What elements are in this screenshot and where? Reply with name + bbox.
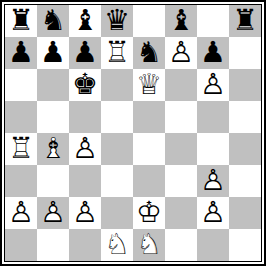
- piece-black-knight: ♞: [133, 37, 165, 69]
- square-g2[interactable]: ♟♙: [197, 197, 229, 229]
- square-e1[interactable]: ♞♘: [133, 229, 165, 261]
- piece-white-rook: ♖: [101, 37, 133, 69]
- piece-white-pawn: ♙: [165, 37, 197, 69]
- piece-black-knight: ♞: [37, 5, 69, 37]
- piece-black-bishop: ♝: [69, 5, 101, 37]
- square-g7[interactable]: ♟: [197, 37, 229, 69]
- square-g5[interactable]: [197, 101, 229, 133]
- square-c8[interactable]: ♝: [69, 5, 101, 37]
- piece-black-pawn: ♟: [69, 37, 101, 69]
- square-f4[interactable]: [165, 133, 197, 165]
- square-c3[interactable]: [69, 165, 101, 197]
- square-d7[interactable]: ♜♖: [101, 37, 133, 69]
- piece-black-queen: ♛: [101, 5, 133, 37]
- piece-white-pawn: ♙: [69, 133, 101, 165]
- piece-white-pawn: ♙: [37, 197, 69, 229]
- square-d6[interactable]: [101, 69, 133, 101]
- square-c1[interactable]: [69, 229, 101, 261]
- piece-white-rook: ♖: [5, 133, 37, 165]
- piece-black-pawn: ♟: [37, 37, 69, 69]
- piece-white-pawn: ♙: [5, 197, 37, 229]
- square-h6[interactable]: [229, 69, 261, 101]
- square-e2[interactable]: ♚♔: [133, 197, 165, 229]
- piece-white-pawn: ♙: [197, 197, 229, 229]
- square-d8[interactable]: ♛: [101, 5, 133, 37]
- square-c7[interactable]: ♟: [69, 37, 101, 69]
- square-d1[interactable]: ♞♘: [101, 229, 133, 261]
- square-a2[interactable]: ♟♙: [5, 197, 37, 229]
- square-b5[interactable]: [37, 101, 69, 133]
- piece-white-knight: ♘: [101, 229, 133, 261]
- board-frame-gap: ♜♞♝♛♝♜♟♟♟♜♖♞♟♙♟♚♛♕♟♙♜♖♝♗♟♙♟♙♟♙♟♙♟♙♚♔♟♙♞♘…: [2, 2, 264, 264]
- square-b6[interactable]: [37, 69, 69, 101]
- square-h5[interactable]: [229, 101, 261, 133]
- piece-white-pawn: ♙: [197, 69, 229, 101]
- square-d2[interactable]: [101, 197, 133, 229]
- square-h8[interactable]: ♜: [229, 5, 261, 37]
- chess-board: ♜♞♝♛♝♜♟♟♟♜♖♞♟♙♟♚♛♕♟♙♜♖♝♗♟♙♟♙♟♙♟♙♟♙♚♔♟♙♞♘…: [5, 5, 261, 261]
- piece-black-rook: ♜: [5, 5, 37, 37]
- square-a7[interactable]: ♟: [5, 37, 37, 69]
- square-e8[interactable]: [133, 5, 165, 37]
- square-f1[interactable]: [165, 229, 197, 261]
- square-f3[interactable]: [165, 165, 197, 197]
- square-h7[interactable]: [229, 37, 261, 69]
- square-h4[interactable]: [229, 133, 261, 165]
- square-g3[interactable]: ♟♙: [197, 165, 229, 197]
- square-f7[interactable]: ♟♙: [165, 37, 197, 69]
- board-frame-inner: ♜♞♝♛♝♜♟♟♟♜♖♞♟♙♟♚♛♕♟♙♜♖♝♗♟♙♟♙♟♙♟♙♟♙♚♔♟♙♞♘…: [4, 4, 262, 262]
- piece-white-pawn: ♙: [69, 197, 101, 229]
- square-a6[interactable]: [5, 69, 37, 101]
- square-f5[interactable]: [165, 101, 197, 133]
- square-b8[interactable]: ♞: [37, 5, 69, 37]
- square-e3[interactable]: [133, 165, 165, 197]
- piece-black-rook: ♜: [229, 5, 261, 37]
- square-g1[interactable]: [197, 229, 229, 261]
- square-h3[interactable]: [229, 165, 261, 197]
- piece-black-pawn: ♟: [5, 37, 37, 69]
- square-b4[interactable]: ♝♗: [37, 133, 69, 165]
- square-e5[interactable]: [133, 101, 165, 133]
- piece-white-bishop: ♗: [37, 133, 69, 165]
- square-b1[interactable]: [37, 229, 69, 261]
- square-f8[interactable]: ♝: [165, 5, 197, 37]
- square-a8[interactable]: ♜: [5, 5, 37, 37]
- square-b3[interactable]: [37, 165, 69, 197]
- piece-black-pawn: ♟: [197, 37, 229, 69]
- square-g4[interactable]: [197, 133, 229, 165]
- square-b7[interactable]: ♟: [37, 37, 69, 69]
- square-e4[interactable]: [133, 133, 165, 165]
- square-c4[interactable]: ♟♙: [69, 133, 101, 165]
- piece-white-pawn: ♙: [197, 165, 229, 197]
- square-c5[interactable]: [69, 101, 101, 133]
- piece-white-queen: ♕: [133, 69, 165, 101]
- piece-black-bishop: ♝: [165, 5, 197, 37]
- square-h2[interactable]: [229, 197, 261, 229]
- square-e6[interactable]: ♛♕: [133, 69, 165, 101]
- square-f6[interactable]: [165, 69, 197, 101]
- piece-black-king: ♚: [69, 69, 101, 101]
- square-c6[interactable]: ♚: [69, 69, 101, 101]
- square-e7[interactable]: ♞: [133, 37, 165, 69]
- square-d4[interactable]: [101, 133, 133, 165]
- square-a1[interactable]: [5, 229, 37, 261]
- square-b2[interactable]: ♟♙: [37, 197, 69, 229]
- square-f2[interactable]: [165, 197, 197, 229]
- square-a4[interactable]: ♜♖: [5, 133, 37, 165]
- square-g6[interactable]: ♟♙: [197, 69, 229, 101]
- board-frame-outer: ♜♞♝♛♝♜♟♟♟♜♖♞♟♙♟♚♛♕♟♙♜♖♝♗♟♙♟♙♟♙♟♙♟♙♚♔♟♙♞♘…: [0, 0, 266, 266]
- piece-white-knight: ♘: [133, 229, 165, 261]
- square-d5[interactable]: [101, 101, 133, 133]
- piece-white-king: ♔: [133, 197, 165, 229]
- square-g8[interactable]: [197, 5, 229, 37]
- square-a5[interactable]: [5, 101, 37, 133]
- square-c2[interactable]: ♟♙: [69, 197, 101, 229]
- square-h1[interactable]: [229, 229, 261, 261]
- square-d3[interactable]: [101, 165, 133, 197]
- square-a3[interactable]: [5, 165, 37, 197]
